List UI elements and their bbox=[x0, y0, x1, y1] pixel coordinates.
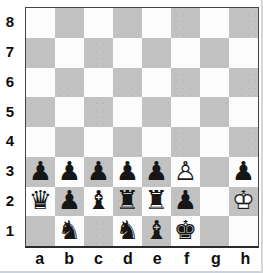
square-g4[interactable] bbox=[200, 127, 229, 157]
square-h1[interactable] bbox=[229, 216, 258, 246]
black-bishop-e1[interactable]: ♝ bbox=[145, 217, 168, 243]
file-label-g: g bbox=[201, 246, 230, 271]
square-c5[interactable] bbox=[84, 97, 113, 127]
square-a2[interactable]: ♛ bbox=[26, 187, 55, 217]
square-e3[interactable]: ♟ bbox=[142, 157, 171, 187]
square-c6[interactable] bbox=[84, 68, 113, 98]
square-d6[interactable] bbox=[113, 68, 142, 98]
square-e5[interactable] bbox=[142, 97, 171, 127]
square-f8[interactable] bbox=[171, 8, 200, 38]
square-c1[interactable] bbox=[84, 216, 113, 246]
square-h3[interactable]: ♟ bbox=[229, 157, 258, 187]
square-e2[interactable]: ♜ bbox=[142, 187, 171, 217]
square-h2[interactable]: ♚♔ bbox=[229, 187, 258, 217]
scan-edge-right bbox=[261, 0, 263, 273]
square-d1[interactable]: ♞ bbox=[113, 216, 142, 246]
rank-label-6: 6 bbox=[0, 67, 25, 97]
white-pawn-f3[interactable]: ♙ bbox=[174, 158, 197, 184]
file-label-d: d bbox=[113, 246, 142, 271]
black-pawn-h3[interactable]: ♟ bbox=[232, 158, 255, 184]
black-rook-e2[interactable]: ♜ bbox=[145, 187, 168, 213]
square-h4[interactable] bbox=[229, 127, 258, 157]
file-label-f: f bbox=[172, 246, 201, 271]
square-g3[interactable] bbox=[200, 157, 229, 187]
square-b7[interactable] bbox=[55, 38, 84, 68]
square-e8[interactable] bbox=[142, 8, 171, 38]
black-pawn-e3[interactable]: ♟ bbox=[145, 158, 168, 184]
black-pawn-a3[interactable]: ♟ bbox=[29, 158, 52, 184]
square-d3[interactable]: ♟ bbox=[113, 157, 142, 187]
square-c2[interactable]: ♝ bbox=[84, 187, 113, 217]
square-b3[interactable]: ♟ bbox=[55, 157, 84, 187]
square-a1[interactable] bbox=[26, 216, 55, 246]
file-label-c: c bbox=[84, 246, 113, 271]
square-f6[interactable] bbox=[171, 68, 200, 98]
black-knight-b1[interactable]: ♞ bbox=[58, 217, 81, 243]
square-e6[interactable] bbox=[142, 68, 171, 98]
rank-label-3: 3 bbox=[0, 156, 25, 186]
square-f4[interactable] bbox=[171, 127, 200, 157]
square-f1[interactable]: ♚ bbox=[171, 216, 200, 246]
square-b6[interactable] bbox=[55, 68, 84, 98]
rank-label-2: 2 bbox=[0, 186, 25, 216]
square-b1[interactable]: ♞ bbox=[55, 216, 84, 246]
rank-label-8: 8 bbox=[0, 7, 25, 37]
black-knight-d1[interactable]: ♞ bbox=[116, 217, 139, 243]
square-a7[interactable] bbox=[26, 38, 55, 68]
square-a3[interactable]: ♟ bbox=[26, 157, 55, 187]
black-pawn-f2[interactable]: ♟ bbox=[174, 187, 197, 213]
square-d5[interactable] bbox=[113, 97, 142, 127]
rank-label-4: 4 bbox=[0, 126, 25, 156]
square-e4[interactable] bbox=[142, 127, 171, 157]
square-d4[interactable] bbox=[113, 127, 142, 157]
square-e1[interactable]: ♝ bbox=[142, 216, 171, 246]
file-label-b: b bbox=[54, 246, 83, 271]
square-b2[interactable]: ♟ bbox=[55, 187, 84, 217]
square-h5[interactable] bbox=[229, 97, 258, 127]
black-pawn-b2[interactable]: ♟ bbox=[58, 187, 81, 213]
square-a5[interactable] bbox=[26, 97, 55, 127]
file-label-e: e bbox=[143, 246, 172, 271]
square-h6[interactable] bbox=[229, 68, 258, 98]
board: ♟♟♟♟♟♟♙♟♛♟♝♜♜♟♚♔♞♞♝♚ bbox=[25, 7, 259, 248]
black-bishop-c2[interactable]: ♝ bbox=[87, 187, 110, 213]
square-d2[interactable]: ♜ bbox=[113, 187, 142, 217]
square-f7[interactable] bbox=[171, 38, 200, 68]
black-queen-a2[interactable]: ♛ bbox=[29, 187, 52, 213]
square-d7[interactable] bbox=[113, 38, 142, 68]
square-g1[interactable] bbox=[200, 216, 229, 246]
square-e7[interactable] bbox=[142, 38, 171, 68]
square-b4[interactable] bbox=[55, 127, 84, 157]
square-b5[interactable] bbox=[55, 97, 84, 127]
black-pawn-d3[interactable]: ♟ bbox=[116, 158, 139, 184]
black-pawn-b3[interactable]: ♟ bbox=[58, 158, 81, 184]
square-g8[interactable] bbox=[200, 8, 229, 38]
rank-label-1: 1 bbox=[0, 215, 25, 245]
square-c4[interactable] bbox=[84, 127, 113, 157]
square-h8[interactable] bbox=[229, 8, 258, 38]
file-label-h: h bbox=[231, 246, 260, 271]
square-g5[interactable] bbox=[200, 97, 229, 127]
square-b8[interactable] bbox=[55, 8, 84, 38]
rank-label-5: 5 bbox=[0, 96, 25, 126]
file-label-a: a bbox=[25, 246, 54, 271]
square-g7[interactable] bbox=[200, 38, 229, 68]
white-king-h2[interactable]: ♔ bbox=[232, 187, 255, 213]
square-a4[interactable] bbox=[26, 127, 55, 157]
square-f3[interactable]: ♟♙ bbox=[171, 157, 200, 187]
chess-diagram: 87654321 ♟♟♟♟♟♟♙♟♛♟♝♜♜♟♚♔♞♞♝♚ abcdefgh bbox=[0, 0, 263, 273]
rank-labels: 87654321 bbox=[0, 7, 25, 245]
square-c7[interactable] bbox=[84, 38, 113, 68]
square-c8[interactable] bbox=[84, 8, 113, 38]
square-g2[interactable] bbox=[200, 187, 229, 217]
black-king-f1[interactable]: ♚ bbox=[174, 217, 197, 243]
square-d8[interactable] bbox=[113, 8, 142, 38]
black-pawn-c3[interactable]: ♟ bbox=[87, 158, 110, 184]
square-c3[interactable]: ♟ bbox=[84, 157, 113, 187]
file-labels: abcdefgh bbox=[25, 246, 260, 271]
square-a6[interactable] bbox=[26, 68, 55, 98]
square-f2[interactable]: ♟ bbox=[171, 187, 200, 217]
square-g6[interactable] bbox=[200, 68, 229, 98]
square-h7[interactable] bbox=[229, 38, 258, 68]
square-a8[interactable] bbox=[26, 8, 55, 38]
square-f5[interactable] bbox=[171, 97, 200, 127]
rank-label-7: 7 bbox=[0, 37, 25, 67]
black-rook-d2[interactable]: ♜ bbox=[116, 187, 139, 213]
